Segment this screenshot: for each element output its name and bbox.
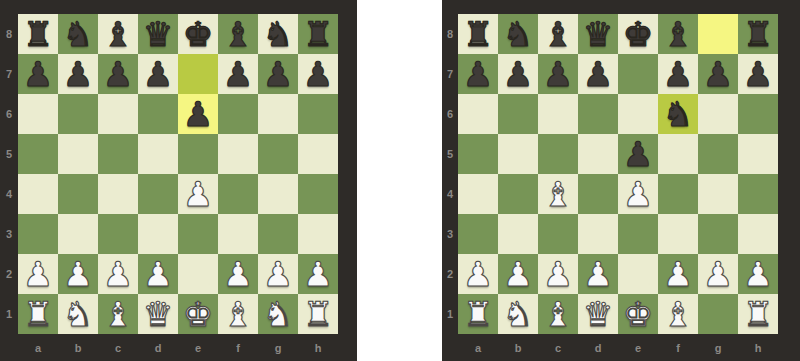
square-g4[interactable] bbox=[698, 174, 738, 214]
rank-label-8: 8 bbox=[442, 14, 458, 54]
file-labels: abcdefgh bbox=[458, 334, 778, 361]
square-a3[interactable] bbox=[458, 214, 498, 254]
square-a2[interactable]: ♟ bbox=[18, 254, 58, 294]
square-f8[interactable]: ♝ bbox=[658, 14, 698, 54]
file-label-h: h bbox=[298, 334, 338, 361]
square-e2[interactable] bbox=[178, 254, 218, 294]
square-a2[interactable]: ♟ bbox=[458, 254, 498, 294]
white-king[interactable]: ♚ bbox=[618, 294, 658, 334]
square-g6[interactable] bbox=[258, 94, 298, 134]
black-pawn[interactable]: ♟ bbox=[498, 54, 538, 94]
file-label-f: f bbox=[658, 334, 698, 361]
file-label-a: a bbox=[458, 334, 498, 361]
square-a6[interactable] bbox=[18, 94, 58, 134]
white-bishop[interactable]: ♝ bbox=[538, 174, 578, 214]
white-bishop[interactable]: ♝ bbox=[218, 294, 258, 334]
white-rook[interactable]: ♜ bbox=[298, 294, 338, 334]
rank-label-4: 4 bbox=[0, 174, 18, 214]
white-pawn[interactable]: ♟ bbox=[658, 254, 698, 294]
square-g3[interactable] bbox=[258, 214, 298, 254]
page: 87654321 ♜♞♝♛♚♝♞♜♟♟♟♟♟♟♟♟♟♟♟♟♟♟♟♟♜♞♝♛♚♝♞… bbox=[0, 0, 800, 361]
square-g5[interactable] bbox=[698, 134, 738, 174]
white-rook[interactable]: ♜ bbox=[458, 294, 498, 334]
rank-label-7: 7 bbox=[0, 54, 18, 94]
square-f6[interactable] bbox=[218, 94, 258, 134]
file-label-f: f bbox=[218, 334, 258, 361]
square-h7[interactable]: ♟ bbox=[298, 54, 338, 94]
square-e8[interactable]: ♚ bbox=[618, 14, 658, 54]
square-b4[interactable] bbox=[58, 174, 98, 214]
square-e5[interactable] bbox=[178, 134, 218, 174]
square-f6[interactable]: ♞ bbox=[658, 94, 698, 134]
square-d2[interactable]: ♟ bbox=[578, 254, 618, 294]
square-h1[interactable]: ♜ bbox=[738, 294, 778, 334]
black-pawn[interactable]: ♟ bbox=[298, 54, 338, 94]
black-king[interactable]: ♚ bbox=[618, 14, 658, 54]
square-e3[interactable] bbox=[618, 214, 658, 254]
square-e4[interactable]: ♟ bbox=[178, 174, 218, 214]
square-f7[interactable]: ♟ bbox=[218, 54, 258, 94]
square-h1[interactable]: ♜ bbox=[298, 294, 338, 334]
white-bishop[interactable]: ♝ bbox=[98, 294, 138, 334]
square-g2[interactable]: ♟ bbox=[698, 254, 738, 294]
black-pawn[interactable]: ♟ bbox=[58, 54, 98, 94]
square-g1[interactable]: ♞ bbox=[258, 294, 298, 334]
square-f7[interactable]: ♟ bbox=[658, 54, 698, 94]
square-e1[interactable]: ♚ bbox=[618, 294, 658, 334]
square-h5[interactable] bbox=[298, 134, 338, 174]
square-b1[interactable]: ♞ bbox=[498, 294, 538, 334]
square-h4[interactable] bbox=[298, 174, 338, 214]
square-d3[interactable] bbox=[578, 214, 618, 254]
square-c2[interactable]: ♟ bbox=[538, 254, 578, 294]
square-c5[interactable] bbox=[98, 134, 138, 174]
white-pawn[interactable]: ♟ bbox=[498, 254, 538, 294]
black-pawn[interactable]: ♟ bbox=[698, 54, 738, 94]
square-b2[interactable]: ♟ bbox=[58, 254, 98, 294]
rank-label-5: 5 bbox=[442, 134, 458, 174]
square-c8[interactable]: ♝ bbox=[98, 14, 138, 54]
square-g3[interactable] bbox=[698, 214, 738, 254]
black-knight[interactable]: ♞ bbox=[258, 14, 298, 54]
square-c1[interactable]: ♝ bbox=[98, 294, 138, 334]
rank-label-5: 5 bbox=[0, 134, 18, 174]
square-a8[interactable]: ♜ bbox=[18, 14, 58, 54]
square-c6[interactable] bbox=[538, 94, 578, 134]
square-b7[interactable]: ♟ bbox=[58, 54, 98, 94]
file-label-e: e bbox=[618, 334, 658, 361]
square-g6[interactable] bbox=[698, 94, 738, 134]
square-b7[interactable]: ♟ bbox=[498, 54, 538, 94]
square-e6[interactable] bbox=[618, 94, 658, 134]
black-rook[interactable]: ♜ bbox=[738, 14, 778, 54]
black-pawn[interactable]: ♟ bbox=[18, 54, 58, 94]
square-d7[interactable]: ♟ bbox=[138, 54, 178, 94]
rank-label-2: 2 bbox=[0, 254, 18, 294]
square-h8[interactable]: ♜ bbox=[298, 14, 338, 54]
square-e1[interactable]: ♚ bbox=[178, 294, 218, 334]
black-bishop[interactable]: ♝ bbox=[658, 14, 698, 54]
square-f5[interactable] bbox=[658, 134, 698, 174]
white-pawn[interactable]: ♟ bbox=[298, 254, 338, 294]
white-pawn[interactable]: ♟ bbox=[578, 254, 618, 294]
square-c6[interactable] bbox=[98, 94, 138, 134]
square-h2[interactable]: ♟ bbox=[298, 254, 338, 294]
square-e4[interactable]: ♟ bbox=[618, 174, 658, 214]
square-g2[interactable]: ♟ bbox=[258, 254, 298, 294]
file-label-e: e bbox=[178, 334, 218, 361]
file-label-c: c bbox=[538, 334, 578, 361]
square-c4[interactable] bbox=[98, 174, 138, 214]
chessboard-panel-left: 87654321 ♜♞♝♛♚♝♞♜♟♟♟♟♟♟♟♟♟♟♟♟♟♟♟♟♜♞♝♛♚♝♞… bbox=[0, 0, 357, 361]
square-f5[interactable] bbox=[218, 134, 258, 174]
black-bishop[interactable]: ♝ bbox=[218, 14, 258, 54]
white-queen[interactable]: ♛ bbox=[138, 294, 178, 334]
square-a5[interactable] bbox=[458, 134, 498, 174]
square-d5[interactable] bbox=[138, 134, 178, 174]
square-e5[interactable]: ♟ bbox=[618, 134, 658, 174]
square-c7[interactable]: ♟ bbox=[538, 54, 578, 94]
black-knight[interactable]: ♞ bbox=[498, 14, 538, 54]
black-queen[interactable]: ♛ bbox=[138, 14, 178, 54]
file-label-b: b bbox=[498, 334, 538, 361]
square-f3[interactable] bbox=[218, 214, 258, 254]
square-g7[interactable]: ♟ bbox=[698, 54, 738, 94]
white-king[interactable]: ♚ bbox=[178, 294, 218, 334]
square-f2[interactable]: ♟ bbox=[218, 254, 258, 294]
square-d4[interactable] bbox=[578, 174, 618, 214]
square-e7[interactable] bbox=[178, 54, 218, 94]
square-c3[interactable] bbox=[538, 214, 578, 254]
white-pawn[interactable]: ♟ bbox=[18, 254, 58, 294]
square-d3[interactable] bbox=[138, 214, 178, 254]
white-rook[interactable]: ♜ bbox=[18, 294, 58, 334]
white-pawn[interactable]: ♟ bbox=[138, 254, 178, 294]
square-e7[interactable] bbox=[618, 54, 658, 94]
rank-label-3: 3 bbox=[442, 214, 458, 254]
rank-labels: 87654321 bbox=[0, 14, 18, 334]
square-d1[interactable]: ♛ bbox=[578, 294, 618, 334]
white-pawn[interactable]: ♟ bbox=[458, 254, 498, 294]
square-g4[interactable] bbox=[258, 174, 298, 214]
chessboard-panel-right: 87654321 ♜♞♝♛♚♝♜♟♟♟♟♟♟♟♞♟♝♟♟♟♟♟♟♟♟♜♞♝♛♚♝… bbox=[442, 0, 800, 361]
black-rook[interactable]: ♜ bbox=[18, 14, 58, 54]
black-pawn[interactable]: ♟ bbox=[618, 134, 658, 174]
black-knight[interactable]: ♞ bbox=[658, 94, 698, 134]
square-d8[interactable]: ♛ bbox=[138, 14, 178, 54]
square-h6[interactable] bbox=[738, 94, 778, 134]
black-king[interactable]: ♚ bbox=[178, 14, 218, 54]
square-e2[interactable] bbox=[618, 254, 658, 294]
white-bishop[interactable]: ♝ bbox=[538, 294, 578, 334]
file-label-a: a bbox=[18, 334, 58, 361]
black-rook[interactable]: ♜ bbox=[298, 14, 338, 54]
square-h7[interactable]: ♟ bbox=[738, 54, 778, 94]
square-h2[interactable]: ♟ bbox=[738, 254, 778, 294]
rank-label-1: 1 bbox=[0, 294, 18, 334]
square-a8[interactable]: ♜ bbox=[458, 14, 498, 54]
square-g1[interactable] bbox=[698, 294, 738, 334]
white-knight[interactable]: ♞ bbox=[498, 294, 538, 334]
square-c3[interactable] bbox=[98, 214, 138, 254]
white-pawn[interactable]: ♟ bbox=[618, 174, 658, 214]
black-pawn[interactable]: ♟ bbox=[98, 54, 138, 94]
square-f4[interactable] bbox=[218, 174, 258, 214]
square-a4[interactable] bbox=[18, 174, 58, 214]
black-pawn[interactable]: ♟ bbox=[738, 54, 778, 94]
square-g8[interactable]: ♞ bbox=[258, 14, 298, 54]
square-h3[interactable] bbox=[298, 214, 338, 254]
square-f1[interactable]: ♝ bbox=[658, 294, 698, 334]
black-bishop[interactable]: ♝ bbox=[538, 14, 578, 54]
square-c2[interactable]: ♟ bbox=[98, 254, 138, 294]
rank-label-8: 8 bbox=[0, 14, 18, 54]
square-b1[interactable]: ♞ bbox=[58, 294, 98, 334]
square-f4[interactable] bbox=[658, 174, 698, 214]
rank-label-7: 7 bbox=[442, 54, 458, 94]
square-b6[interactable] bbox=[498, 94, 538, 134]
rank-label-6: 6 bbox=[0, 94, 18, 134]
file-label-c: c bbox=[98, 334, 138, 361]
square-b3[interactable] bbox=[58, 214, 98, 254]
black-pawn[interactable]: ♟ bbox=[138, 54, 178, 94]
square-c4[interactable]: ♝ bbox=[538, 174, 578, 214]
square-f8[interactable]: ♝ bbox=[218, 14, 258, 54]
square-a6[interactable] bbox=[458, 94, 498, 134]
square-a5[interactable] bbox=[18, 134, 58, 174]
square-h5[interactable] bbox=[738, 134, 778, 174]
black-bishop[interactable]: ♝ bbox=[98, 14, 138, 54]
black-knight[interactable]: ♞ bbox=[58, 14, 98, 54]
rank-label-3: 3 bbox=[0, 214, 18, 254]
square-h8[interactable]: ♜ bbox=[738, 14, 778, 54]
square-e6[interactable]: ♟ bbox=[178, 94, 218, 134]
rank-label-2: 2 bbox=[442, 254, 458, 294]
square-d7[interactable]: ♟ bbox=[578, 54, 618, 94]
rank-label-1: 1 bbox=[442, 294, 458, 334]
file-label-g: g bbox=[258, 334, 298, 361]
square-c8[interactable]: ♝ bbox=[538, 14, 578, 54]
white-pawn[interactable]: ♟ bbox=[698, 254, 738, 294]
white-pawn[interactable]: ♟ bbox=[538, 254, 578, 294]
black-pawn[interactable]: ♟ bbox=[258, 54, 298, 94]
black-pawn[interactable]: ♟ bbox=[578, 54, 618, 94]
rank-labels: 87654321 bbox=[442, 14, 458, 334]
square-g7[interactable]: ♟ bbox=[258, 54, 298, 94]
file-label-d: d bbox=[138, 334, 178, 361]
square-b4[interactable] bbox=[498, 174, 538, 214]
white-pawn[interactable]: ♟ bbox=[98, 254, 138, 294]
square-b5[interactable] bbox=[498, 134, 538, 174]
file-label-b: b bbox=[58, 334, 98, 361]
white-knight[interactable]: ♞ bbox=[58, 294, 98, 334]
square-b8[interactable]: ♞ bbox=[58, 14, 98, 54]
black-pawn[interactable]: ♟ bbox=[458, 54, 498, 94]
white-pawn[interactable]: ♟ bbox=[258, 254, 298, 294]
file-label-h: h bbox=[738, 334, 778, 361]
square-g8[interactable] bbox=[698, 14, 738, 54]
square-a7[interactable]: ♟ bbox=[458, 54, 498, 94]
black-pawn[interactable]: ♟ bbox=[218, 54, 258, 94]
rank-label-4: 4 bbox=[442, 174, 458, 214]
square-d2[interactable]: ♟ bbox=[138, 254, 178, 294]
white-rook[interactable]: ♜ bbox=[738, 294, 778, 334]
white-pawn[interactable]: ♟ bbox=[58, 254, 98, 294]
white-bishop[interactable]: ♝ bbox=[658, 294, 698, 334]
square-g5[interactable] bbox=[258, 134, 298, 174]
square-d8[interactable]: ♛ bbox=[578, 14, 618, 54]
square-b5[interactable] bbox=[58, 134, 98, 174]
square-d6[interactable] bbox=[578, 94, 618, 134]
black-queen[interactable]: ♛ bbox=[578, 14, 618, 54]
black-pawn[interactable]: ♟ bbox=[178, 94, 218, 134]
chessboard-left: ♜♞♝♛♚♝♞♜♟♟♟♟♟♟♟♟♟♟♟♟♟♟♟♟♜♞♝♛♚♝♞♜ bbox=[18, 14, 338, 334]
rank-label-6: 6 bbox=[442, 94, 458, 134]
square-e3[interactable] bbox=[178, 214, 218, 254]
white-knight[interactable]: ♞ bbox=[258, 294, 298, 334]
file-label-d: d bbox=[578, 334, 618, 361]
white-pawn[interactable]: ♟ bbox=[178, 174, 218, 214]
square-b8[interactable]: ♞ bbox=[498, 14, 538, 54]
square-c1[interactable]: ♝ bbox=[538, 294, 578, 334]
square-d1[interactable]: ♛ bbox=[138, 294, 178, 334]
square-a3[interactable] bbox=[18, 214, 58, 254]
white-pawn[interactable]: ♟ bbox=[738, 254, 778, 294]
file-labels: abcdefgh bbox=[18, 334, 338, 361]
square-b2[interactable]: ♟ bbox=[498, 254, 538, 294]
square-f2[interactable]: ♟ bbox=[658, 254, 698, 294]
square-h6[interactable] bbox=[298, 94, 338, 134]
square-f1[interactable]: ♝ bbox=[218, 294, 258, 334]
square-h3[interactable] bbox=[738, 214, 778, 254]
file-label-g: g bbox=[698, 334, 738, 361]
square-c5[interactable] bbox=[538, 134, 578, 174]
square-a1[interactable]: ♜ bbox=[18, 294, 58, 334]
square-h4[interactable] bbox=[738, 174, 778, 214]
square-c7[interactable]: ♟ bbox=[98, 54, 138, 94]
square-a7[interactable]: ♟ bbox=[18, 54, 58, 94]
square-b3[interactable] bbox=[498, 214, 538, 254]
black-pawn[interactable]: ♟ bbox=[658, 54, 698, 94]
square-d6[interactable] bbox=[138, 94, 178, 134]
white-pawn[interactable]: ♟ bbox=[218, 254, 258, 294]
square-a4[interactable] bbox=[458, 174, 498, 214]
square-f3[interactable] bbox=[658, 214, 698, 254]
square-d4[interactable] bbox=[138, 174, 178, 214]
white-queen[interactable]: ♛ bbox=[578, 294, 618, 334]
chessboard-right: ♜♞♝♛♚♝♜♟♟♟♟♟♟♟♞♟♝♟♟♟♟♟♟♟♟♜♞♝♛♚♝♜ bbox=[458, 14, 778, 334]
square-a1[interactable]: ♜ bbox=[458, 294, 498, 334]
black-rook[interactable]: ♜ bbox=[458, 14, 498, 54]
square-d5[interactable] bbox=[578, 134, 618, 174]
square-e8[interactable]: ♚ bbox=[178, 14, 218, 54]
black-pawn[interactable]: ♟ bbox=[538, 54, 578, 94]
square-b6[interactable] bbox=[58, 94, 98, 134]
